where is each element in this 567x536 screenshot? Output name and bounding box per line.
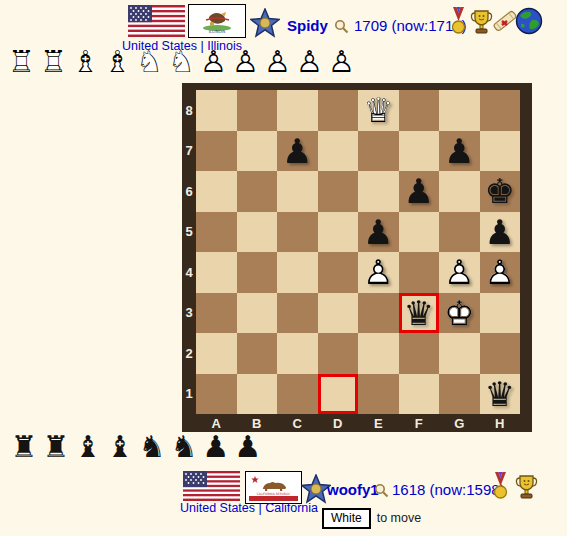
square-e5[interactable]: ♟ [358,212,399,253]
square-c7[interactable]: ♟ [277,131,318,172]
globe-icon[interactable] [515,7,543,39]
file-label-D: D [318,414,359,432]
square-c6[interactable] [277,171,318,212]
medal-icon[interactable] [450,7,467,41]
square-f8[interactable] [399,90,440,131]
trophy-icon[interactable] [470,9,493,40]
square-c2[interactable] [277,333,318,374]
black-bishop: ♝ [104,432,136,462]
square-d5[interactable] [318,212,359,253]
black-queen[interactable]: ♛ [404,296,434,330]
square-g5[interactable] [439,212,480,253]
square-d1[interactable] [318,374,359,415]
square-h1[interactable]: ♛ [480,374,521,415]
square-g4[interactable]: ♟♙ [439,252,480,293]
square-a1[interactable] [196,374,237,415]
white-bishop: ♝♗ [72,47,104,77]
square-a7[interactable] [196,131,237,172]
rank-label-1: 1 [182,374,196,415]
square-h4[interactable]: ♟♙ [480,252,521,293]
white-pawn: ♟♙ [296,47,328,77]
square-a6[interactable] [196,171,237,212]
rank-label-5: 5 [182,212,196,253]
square-e3[interactable] [358,293,399,334]
square-f4[interactable] [399,252,440,293]
illinois-flag-icon: ILLINOIS [192,7,242,35]
bottom-player-location[interactable]: United States | California [180,501,318,515]
square-g6[interactable] [439,171,480,212]
square-d2[interactable] [318,333,359,374]
white-rook: ♜♖ [8,47,40,77]
rank-label-3: 3 [182,293,196,334]
black-rook: ♜ [40,432,72,462]
square-d7[interactable] [318,131,359,172]
white-bishop: ♝♗ [104,47,136,77]
square-g2[interactable] [439,333,480,374]
black-queen[interactable]: ♛ [485,377,515,411]
square-f7[interactable] [399,131,440,172]
magnifier-icon[interactable] [334,19,349,38]
rank-label-2: 2 [182,333,196,374]
bottom-player-rating: 1618 (now:1598) [392,481,505,498]
chess-board: ♛♕♟♟♟♚♟♟♟♙♟♙♟♙♛♚♔♛ 87654321ABCDEFGH [182,83,532,432]
black-pawn[interactable]: ♟ [282,134,312,168]
square-b3[interactable] [237,293,278,334]
top-player-illinois-flag[interactable]: ILLINOIS [188,4,246,38]
square-b7[interactable] [237,131,278,172]
black-knight: ♞ [136,432,168,462]
square-a4[interactable] [196,252,237,293]
square-c1[interactable] [277,374,318,415]
file-label-G: G [439,414,480,432]
square-c3[interactable] [277,293,318,334]
star-icon[interactable] [250,8,280,42]
square-f1[interactable] [399,374,440,415]
top-player-name[interactable]: Spidy [287,17,328,34]
white-pawn: ♟♙ [328,47,360,77]
square-g8[interactable] [439,90,480,131]
square-b5[interactable] [237,212,278,253]
medal-icon[interactable] [492,472,509,506]
square-e8[interactable]: ♛♕ [358,90,399,131]
side-to-move-badge: White [322,508,371,529]
white-pawn: ♟♙ [232,47,264,77]
square-c5[interactable] [277,212,318,253]
white-pawn: ♟♙ [264,47,296,77]
black-bishop: ♝ [72,432,104,462]
square-b4[interactable] [237,252,278,293]
square-e2[interactable] [358,333,399,374]
bottom-player-california-flag[interactable]: CALIFORNIA REPUBLIC [245,471,302,504]
square-f3[interactable]: ♛ [399,293,440,334]
square-h2[interactable] [480,333,521,374]
white-rook: ♜♖ [40,47,72,77]
black-pawn: ♟ [200,432,232,462]
square-h8[interactable] [480,90,521,131]
magnifier-icon[interactable] [374,483,389,502]
square-g3[interactable]: ♚♔ [439,293,480,334]
square-f2[interactable] [399,333,440,374]
white-knight: ♞♘ [168,47,200,77]
captured-white-pieces: ♜♖♜♖♝♗♝♗♞♘♞♘♟♙♟♙♟♙♟♙♟♙ [8,47,360,77]
black-knight: ♞ [168,432,200,462]
square-b6[interactable] [237,171,278,212]
black-pawn[interactable]: ♟ [404,174,434,208]
rank-label-6: 6 [182,171,196,212]
svg-text:ILLINOIS: ILLINOIS [209,29,226,34]
white-king[interactable]: ♚♔ [444,296,474,330]
to-move-label: to move [377,511,421,525]
rank-label-7: 7 [182,131,196,172]
trophy-icon[interactable] [515,474,538,505]
rank-label-8: 8 [182,90,196,131]
white-queen[interactable]: ♛♕ [363,93,393,127]
square-b2[interactable] [237,333,278,374]
move-indicator: Whiteto move [322,508,421,529]
svg-text:CALIFORNIA REPUBLIC: CALIFORNIA REPUBLIC [257,492,291,496]
white-pawn[interactable]: ♟♙ [363,255,393,289]
square-h7[interactable] [480,131,521,172]
square-e4[interactable]: ♟♙ [358,252,399,293]
square-g7[interactable]: ♟ [439,131,480,172]
square-b1[interactable] [237,374,278,415]
white-knight: ♞♘ [136,47,168,77]
square-h3[interactable] [480,293,521,334]
black-king[interactable]: ♚ [485,174,515,208]
bottom-player-us-flag[interactable] [183,471,240,501]
square-h5[interactable]: ♟ [480,212,521,253]
square-g1[interactable] [439,374,480,415]
top-player-us-flag[interactable] [128,5,185,37]
square-f6[interactable]: ♟ [399,171,440,212]
square-e7[interactable] [358,131,399,172]
board-squares: ♛♕♟♟♟♚♟♟♟♙♟♙♟♙♛♚♔♛ [196,90,520,414]
square-a8[interactable] [196,90,237,131]
square-d3[interactable] [318,293,359,334]
square-f5[interactable] [399,212,440,253]
square-c8[interactable] [277,90,318,131]
square-d6[interactable] [318,171,359,212]
file-label-F: F [399,414,440,432]
bottom-player-name[interactable]: woofy1 [327,481,379,498]
square-b8[interactable] [237,90,278,131]
square-c4[interactable] [277,252,318,293]
california-flag-icon: CALIFORNIA REPUBLIC [249,474,298,501]
captured-black-pieces: ♜♜♝♝♞♞♟♟ [8,432,264,462]
white-pawn[interactable]: ♟♙ [485,255,515,289]
file-label-H: H [480,414,521,432]
white-pawn: ♟♙ [200,47,232,77]
us-flag-icon [183,471,240,501]
square-h6[interactable]: ♚ [480,171,521,212]
black-rook: ♜ [8,432,40,462]
square-d8[interactable] [318,90,359,131]
us-flag-icon [128,5,185,37]
black-pawn[interactable]: ♟ [485,215,515,249]
file-label-E: E [358,414,399,432]
rank-label-4: 4 [182,252,196,293]
square-e1[interactable] [358,374,399,415]
square-e6[interactable] [358,171,399,212]
square-d4[interactable] [318,252,359,293]
black-pawn[interactable]: ♟ [363,215,393,249]
white-pawn[interactable]: ♟♙ [444,255,474,289]
square-a5[interactable] [196,212,237,253]
black-pawn: ♟ [232,432,264,462]
square-a3[interactable] [196,293,237,334]
square-a2[interactable] [196,333,237,374]
black-pawn[interactable]: ♟ [444,134,474,168]
file-label-C: C [277,414,318,432]
